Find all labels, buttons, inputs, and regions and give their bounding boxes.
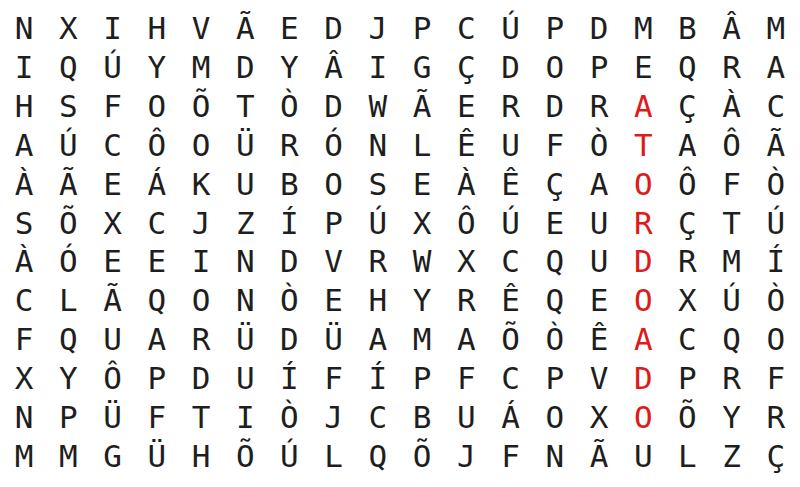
cell-r9-c8[interactable]: Ü [312, 320, 356, 359]
cell-r11-c16[interactable]: Õ [665, 398, 709, 437]
cell-r1-c14[interactable]: D [577, 9, 621, 48]
cell-r5-c9[interactable]: S [356, 165, 400, 204]
cell-r10-c6[interactable]: U [223, 359, 267, 398]
cell-r4-c8[interactable]: Ó [312, 126, 356, 165]
cell-r3-c4[interactable]: O [135, 87, 179, 126]
cell-r8-c18[interactable]: Ò [754, 281, 798, 320]
cell-r12-c14[interactable]: Ã [577, 437, 621, 476]
cell-r4-c6[interactable]: Ü [223, 126, 267, 165]
cell-r3-c3[interactable]: F [90, 87, 134, 126]
cell-r3-c6[interactable]: T [223, 87, 267, 126]
cell-r10-c17[interactable]: R [710, 359, 754, 398]
cell-r11-c5[interactable]: T [179, 398, 223, 437]
cell-r1-c7[interactable]: E [267, 9, 311, 48]
cell-r6-c2[interactable]: Õ [46, 204, 90, 243]
cell-r2-c6[interactable]: D [223, 48, 267, 87]
cell-r12-c9[interactable]: Q [356, 437, 400, 476]
cell-r8-c16[interactable]: X [665, 281, 709, 320]
cell-r5-c18[interactable]: Ò [754, 165, 798, 204]
cell-r6-c9[interactable]: Ú [356, 204, 400, 243]
cell-r2-c16[interactable]: Q [665, 48, 709, 87]
cell-r2-c5[interactable]: M [179, 48, 223, 87]
cell-r1-c6[interactable]: Ã [223, 9, 267, 48]
cell-r2-c10[interactable]: G [400, 48, 444, 87]
cell-r6-c18[interactable]: Ú [754, 204, 798, 243]
cell-r5-c7[interactable]: B [267, 165, 311, 204]
cell-r11-c8[interactable]: J [312, 398, 356, 437]
cell-r7-c1[interactable]: À [2, 243, 46, 282]
cell-r12-c6[interactable]: Õ [223, 437, 267, 476]
cell-r5-c11[interactable]: À [444, 165, 488, 204]
cell-r6-c7[interactable]: Í [267, 204, 311, 243]
cell-r4-c13[interactable]: F [533, 126, 577, 165]
cell-r2-c7[interactable]: Y [267, 48, 311, 87]
cell-r9-c18[interactable]: O [754, 320, 798, 359]
cell-r11-c2[interactable]: P [46, 398, 90, 437]
cell-r11-c3[interactable]: Ü [90, 398, 134, 437]
cell-r5-c5[interactable]: K [179, 165, 223, 204]
cell-r4-c15[interactable]: T [621, 126, 665, 165]
cell-r8-c1[interactable]: C [2, 281, 46, 320]
cell-r9-c15[interactable]: A [621, 320, 665, 359]
cell-r8-c5[interactable]: O [179, 281, 223, 320]
cell-r8-c17[interactable]: Ú [710, 281, 754, 320]
cell-r2-c1[interactable]: I [2, 48, 46, 87]
cell-r6-c11[interactable]: Ô [444, 204, 488, 243]
cell-r5-c15[interactable]: O [621, 165, 665, 204]
cell-r1-c4[interactable]: H [135, 9, 179, 48]
cell-r4-c9[interactable]: N [356, 126, 400, 165]
cell-r11-c7[interactable]: Ò [267, 398, 311, 437]
cell-r10-c3[interactable]: Ô [90, 359, 134, 398]
cell-r8-c12[interactable]: Ê [488, 281, 532, 320]
cell-r8-c7[interactable]: Ò [267, 281, 311, 320]
cell-r2-c13[interactable]: O [533, 48, 577, 87]
cell-r7-c7[interactable]: D [267, 243, 311, 282]
cell-r9-c14[interactable]: Ê [577, 320, 621, 359]
cell-r1-c12[interactable]: Ú [488, 9, 532, 48]
cell-r6-c14[interactable]: U [577, 204, 621, 243]
cell-r9-c6[interactable]: Ü [223, 320, 267, 359]
cell-r6-c6[interactable]: Z [223, 204, 267, 243]
cell-r9-c11[interactable]: A [444, 320, 488, 359]
cell-r1-c10[interactable]: P [400, 9, 444, 48]
cell-r2-c18[interactable]: A [754, 48, 798, 87]
cell-r8-c8[interactable]: E [312, 281, 356, 320]
cell-r4-c4[interactable]: Ô [135, 126, 179, 165]
cell-r4-c10[interactable]: L [400, 126, 444, 165]
cell-r2-c9[interactable]: I [356, 48, 400, 87]
cell-r7-c11[interactable]: X [444, 243, 488, 282]
cell-r4-c5[interactable]: O [179, 126, 223, 165]
cell-r3-c9[interactable]: W [356, 87, 400, 126]
cell-r12-c18[interactable]: Ç [754, 437, 798, 476]
cell-r5-c14[interactable]: A [577, 165, 621, 204]
cell-r10-c12[interactable]: C [488, 359, 532, 398]
cell-r7-c2[interactable]: Ó [46, 243, 90, 282]
cell-r6-c12[interactable]: Ú [488, 204, 532, 243]
cell-r7-c12[interactable]: C [488, 243, 532, 282]
cell-r3-c12[interactable]: R [488, 87, 532, 126]
cell-r12-c11[interactable]: J [444, 437, 488, 476]
cell-r3-c13[interactable]: D [533, 87, 577, 126]
cell-r9-c10[interactable]: M [400, 320, 444, 359]
cell-r7-c17[interactable]: M [710, 243, 754, 282]
cell-r1-c13[interactable]: P [533, 9, 577, 48]
cell-r1-c18[interactable]: M [754, 9, 798, 48]
cell-r4-c2[interactable]: Ú [46, 126, 90, 165]
cell-r1-c16[interactable]: B [665, 9, 709, 48]
cell-r3-c2[interactable]: S [46, 87, 90, 126]
cell-r3-c10[interactable]: Ã [400, 87, 444, 126]
cell-r7-c6[interactable]: N [223, 243, 267, 282]
cell-r4-c12[interactable]: U [488, 126, 532, 165]
cell-r8-c9[interactable]: H [356, 281, 400, 320]
cell-r8-c10[interactable]: Y [400, 281, 444, 320]
cell-r10-c7[interactable]: Í [267, 359, 311, 398]
cell-r8-c11[interactable]: R [444, 281, 488, 320]
cell-r1-c8[interactable]: D [312, 9, 356, 48]
cell-r10-c1[interactable]: X [2, 359, 46, 398]
cell-r10-c2[interactable]: Y [46, 359, 90, 398]
cell-r12-c8[interactable]: L [312, 437, 356, 476]
cell-r9-c3[interactable]: U [90, 320, 134, 359]
cell-r8-c15[interactable]: O [621, 281, 665, 320]
cell-r4-c17[interactable]: Ô [710, 126, 754, 165]
cell-r7-c3[interactable]: E [90, 243, 134, 282]
cell-r5-c1[interactable]: À [2, 165, 46, 204]
cell-r6-c15[interactable]: R [621, 204, 665, 243]
cell-r8-c6[interactable]: N [223, 281, 267, 320]
cell-r2-c14[interactable]: P [577, 48, 621, 87]
cell-r11-c11[interactable]: U [444, 398, 488, 437]
cell-r5-c10[interactable]: E [400, 165, 444, 204]
cell-r1-c5[interactable]: V [179, 9, 223, 48]
cell-r1-c9[interactable]: J [356, 9, 400, 48]
cell-r12-c5[interactable]: H [179, 437, 223, 476]
cell-r12-c17[interactable]: Z [710, 437, 754, 476]
cell-r6-c5[interactable]: J [179, 204, 223, 243]
cell-r7-c9[interactable]: R [356, 243, 400, 282]
cell-r4-c3[interactable]: C [90, 126, 134, 165]
cell-r1-c1[interactable]: N [2, 9, 46, 48]
cell-r6-c8[interactable]: P [312, 204, 356, 243]
cell-r7-c14[interactable]: U [577, 243, 621, 282]
cell-r10-c10[interactable]: P [400, 359, 444, 398]
cell-r4-c1[interactable]: A [2, 126, 46, 165]
cell-r2-c4[interactable]: Y [135, 48, 179, 87]
cell-r3-c1[interactable]: H [2, 87, 46, 126]
cell-r4-c14[interactable]: Ò [577, 126, 621, 165]
cell-r10-c8[interactable]: F [312, 359, 356, 398]
cell-r4-c18[interactable]: Ã [754, 126, 798, 165]
cell-r3-c11[interactable]: E [444, 87, 488, 126]
cell-r9-c7[interactable]: D [267, 320, 311, 359]
cell-r5-c12[interactable]: Ê [488, 165, 532, 204]
cell-r7-c5[interactable]: I [179, 243, 223, 282]
cell-r7-c4[interactable]: E [135, 243, 179, 282]
cell-r4-c7[interactable]: R [267, 126, 311, 165]
cell-r11-c10[interactable]: B [400, 398, 444, 437]
cell-r2-c17[interactable]: R [710, 48, 754, 87]
cell-r10-c11[interactable]: F [444, 359, 488, 398]
cell-r7-c10[interactable]: W [400, 243, 444, 282]
cell-r10-c4[interactable]: P [135, 359, 179, 398]
cell-r11-c1[interactable]: N [2, 398, 46, 437]
cell-r12-c12[interactable]: F [488, 437, 532, 476]
cell-r5-c6[interactable]: U [223, 165, 267, 204]
cell-r12-c7[interactable]: Ú [267, 437, 311, 476]
cell-r3-c7[interactable]: Ò [267, 87, 311, 126]
cell-r3-c8[interactable]: D [312, 87, 356, 126]
cell-r5-c2[interactable]: Ã [46, 165, 90, 204]
cell-r2-c2[interactable]: Q [46, 48, 90, 87]
cell-r6-c16[interactable]: Ç [665, 204, 709, 243]
cell-r7-c15[interactable]: D [621, 243, 665, 282]
cell-r12-c13[interactable]: N [533, 437, 577, 476]
cell-r2-c8[interactable]: Â [312, 48, 356, 87]
cell-r6-c10[interactable]: X [400, 204, 444, 243]
cell-r10-c15[interactable]: D [621, 359, 665, 398]
cell-r11-c12[interactable]: Á [488, 398, 532, 437]
cell-r3-c14[interactable]: R [577, 87, 621, 126]
cell-r6-c13[interactable]: E [533, 204, 577, 243]
cell-r10-c16[interactable]: P [665, 359, 709, 398]
cell-r9-c9[interactable]: A [356, 320, 400, 359]
cell-r11-c9[interactable]: C [356, 398, 400, 437]
cell-r7-c8[interactable]: V [312, 243, 356, 282]
cell-r12-c1[interactable]: M [2, 437, 46, 476]
cell-r6-c17[interactable]: T [710, 204, 754, 243]
cell-r3-c15[interactable]: A [621, 87, 665, 126]
cell-r1-c17[interactable]: Â [710, 9, 754, 48]
cell-r4-c11[interactable]: Ê [444, 126, 488, 165]
cell-r10-c9[interactable]: Í [356, 359, 400, 398]
cell-r1-c15[interactable]: M [621, 9, 665, 48]
cell-r5-c4[interactable]: Á [135, 165, 179, 204]
cell-r8-c14[interactable]: E [577, 281, 621, 320]
cell-r12-c2[interactable]: M [46, 437, 90, 476]
cell-r9-c2[interactable]: Q [46, 320, 90, 359]
cell-r2-c11[interactable]: Ç [444, 48, 488, 87]
cell-r9-c16[interactable]: C [665, 320, 709, 359]
cell-r6-c4[interactable]: C [135, 204, 179, 243]
cell-r9-c13[interactable]: Ò [533, 320, 577, 359]
cell-r12-c4[interactable]: Ü [135, 437, 179, 476]
cell-r5-c16[interactable]: Ô [665, 165, 709, 204]
cell-r7-c18[interactable]: Í [754, 243, 798, 282]
cell-r6-c3[interactable]: X [90, 204, 134, 243]
cell-r11-c13[interactable]: O [533, 398, 577, 437]
cell-r3-c5[interactable]: Õ [179, 87, 223, 126]
cell-r11-c4[interactable]: F [135, 398, 179, 437]
cell-r11-c18[interactable]: R [754, 398, 798, 437]
cell-r5-c8[interactable]: O [312, 165, 356, 204]
cell-r9-c1[interactable]: F [2, 320, 46, 359]
cell-r2-c12[interactable]: D [488, 48, 532, 87]
cell-r11-c15[interactable]: O [621, 398, 665, 437]
cell-r3-c16[interactable]: Ç [665, 87, 709, 126]
cell-r9-c12[interactable]: Õ [488, 320, 532, 359]
cell-r5-c13[interactable]: Ç [533, 165, 577, 204]
cell-r3-c18[interactable]: C [754, 87, 798, 126]
cell-r8-c3[interactable]: Ã [90, 281, 134, 320]
cell-r6-c1[interactable]: S [2, 204, 46, 243]
cell-r1-c2[interactable]: X [46, 9, 90, 48]
cell-r8-c4[interactable]: Q [135, 281, 179, 320]
cell-r8-c13[interactable]: Q [533, 281, 577, 320]
cell-r9-c5[interactable]: R [179, 320, 223, 359]
cell-r10-c18[interactable]: F [754, 359, 798, 398]
cell-r10-c13[interactable]: P [533, 359, 577, 398]
cell-r9-c17[interactable]: Q [710, 320, 754, 359]
cell-r12-c15[interactable]: U [621, 437, 665, 476]
cell-r11-c17[interactable]: Y [710, 398, 754, 437]
cell-r3-c17[interactable]: À [710, 87, 754, 126]
cell-r11-c14[interactable]: X [577, 398, 621, 437]
cell-r7-c13[interactable]: Q [533, 243, 577, 282]
cell-r11-c6[interactable]: I [223, 398, 267, 437]
cell-r10-c5[interactable]: D [179, 359, 223, 398]
cell-r1-c3[interactable]: I [90, 9, 134, 48]
cell-r5-c3[interactable]: E [90, 165, 134, 204]
cell-r5-c17[interactable]: F [710, 165, 754, 204]
cell-r12-c16[interactable]: L [665, 437, 709, 476]
cell-r8-c2[interactable]: L [46, 281, 90, 320]
cell-r4-c16[interactable]: A [665, 126, 709, 165]
cell-r1-c11[interactable]: C [444, 9, 488, 48]
cell-r10-c14[interactable]: V [577, 359, 621, 398]
cell-r12-c10[interactable]: Õ [400, 437, 444, 476]
cell-r2-c3[interactable]: Ú [90, 48, 134, 87]
word-search-grid: NXIHVÃEDJPCÚPDMBÂMIQÚYMDYÂIGÇDOPEQRAHSFO… [0, 0, 800, 487]
cell-r2-c15[interactable]: E [621, 48, 665, 87]
cell-r9-c4[interactable]: A [135, 320, 179, 359]
cell-r12-c3[interactable]: G [90, 437, 134, 476]
cell-r7-c16[interactable]: R [665, 243, 709, 282]
